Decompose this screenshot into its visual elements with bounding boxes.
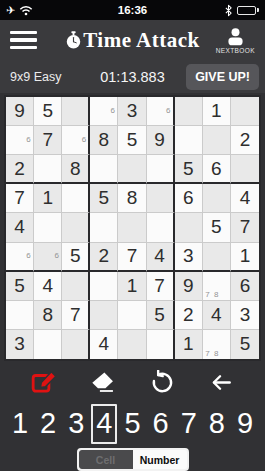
sudoku-cell-r3c6[interactable] [147,155,175,184]
cell-value: 2 [240,129,251,151]
sudoku-cell-r9c8[interactable]: 78 [203,330,231,359]
difficulty-label: 9x9 Easy [10,70,61,84]
sudoku-cell-r3c3[interactable]: 8 [62,155,90,184]
cell-value: 5 [99,187,110,209]
sudoku-cell-r6c5[interactable]: 7 [118,243,146,272]
sudoku-cell-r2c4[interactable]: 8 [90,126,118,155]
sudoku-cell-r1c3[interactable] [62,97,90,126]
sudoku-cell-r5c3[interactable] [62,213,90,242]
sudoku-cell-r3c8[interactable]: 6 [203,155,231,184]
pencil-mark: 7 [205,291,209,299]
sudoku-cell-r1c6[interactable]: 6 [147,97,175,126]
number-key-2[interactable]: 2 [35,404,61,444]
cell-value: 5 [154,304,165,326]
number-pad: 123456789 [0,400,265,447]
back-arrow-button[interactable] [208,369,235,396]
cell-value: 5 [183,158,194,180]
battery-icon [237,6,259,15]
cell-value: 5 [127,129,138,151]
sudoku-cell-r7c7[interactable]: 9 [175,272,203,301]
sudoku-cell-r4c7[interactable]: 6 [175,184,203,213]
undo-button[interactable] [149,369,176,396]
sudoku-cell-r4c1[interactable]: 7 [6,184,34,213]
pencil-mark: 8 [214,291,218,299]
sudoku-cell-r9c6[interactable] [147,330,175,359]
pencil-edit-button[interactable] [30,369,57,396]
sudoku-cell-r9c3[interactable] [62,330,90,359]
sudoku-cell-r2c3[interactable]: 6 [62,126,90,155]
sudoku-cell-r3c7[interactable]: 5 [175,155,203,184]
sudoku-cell-r5c5[interactable] [118,213,146,242]
cell-value: 5 [240,333,251,355]
sudoku-cell-r2c2[interactable]: 7 [34,126,62,155]
cell-value: 9 [14,100,25,122]
cell-value: 1 [183,333,194,355]
cell-value: 4 [154,245,165,267]
cell-value: 8 [99,129,110,151]
cell-value: 3 [14,333,25,355]
cell-value: 1 [240,245,251,267]
sudoku-cell-r8c2[interactable]: 8 [34,301,62,330]
sudoku-cell-r3c9[interactable] [231,155,259,184]
number-key-9[interactable]: 9 [232,404,258,444]
sudoku-cell-r8c1[interactable] [6,301,34,330]
number-key-4[interactable]: 4 [91,404,117,444]
cell-value: 7 [240,216,251,238]
sudoku-cell-r5c4[interactable] [90,213,118,242]
cell-value: 2 [14,158,25,180]
sudoku-cell-r6c4[interactable]: 2 [90,243,118,272]
pencil-mark: 6 [26,136,30,144]
status-bar: ✈ 16:36 [0,0,265,20]
sudoku-cell-r6c9[interactable]: 1 [231,243,259,272]
pencil-mark: 6 [26,252,30,260]
sudoku-cell-r2c6[interactable]: 9 [147,126,175,155]
cell-value: 1 [127,275,138,297]
cell-value: 3 [127,100,138,122]
cell-value: 7 [154,275,165,297]
sudoku-cell-r7c9[interactable]: 6 [231,272,259,301]
page-title: Time Attack [83,28,200,53]
sudoku-cell-r6c2[interactable]: 6 [34,243,62,272]
sudoku-cell-r8c8[interactable]: 4 [203,301,231,330]
sudoku-cell-r3c5[interactable] [118,155,146,184]
give-up-button[interactable]: GIVE UP! [186,64,259,90]
number-key-7[interactable]: 7 [176,404,202,444]
publisher-name: NEXTBOOK [216,47,255,54]
number-key-6[interactable]: 6 [148,404,174,444]
cell-value: 6 [183,187,194,209]
cell-value: 4 [42,275,53,297]
bluetooth-icon [224,4,233,17]
sudoku-cell-r1c2[interactable]: 5 [34,97,62,126]
eraser-button[interactable] [89,369,116,396]
mode-option-number[interactable]: Number [133,450,187,469]
cell-value: 3 [240,304,251,326]
sudoku-cell-r4c4[interactable]: 5 [90,184,118,213]
cell-value: 4 [211,304,222,326]
game-bar: 9x9 Easy 01:13.883 GIVE UP! [0,60,265,93]
sudoku-cell-r8c6[interactable]: 5 [147,301,175,330]
sudoku-cell-r2c9[interactable]: 2 [231,126,259,155]
sudoku-cell-r1c4[interactable]: 6 [90,97,118,126]
number-key-5[interactable]: 5 [120,404,146,444]
sudoku-cell-r3c2[interactable] [34,155,62,184]
cell-value: 2 [183,304,194,326]
sudoku-cell-r6c1[interactable]: 6 [6,243,34,272]
cell-value: 7 [14,187,25,209]
sudoku-cell-r1c5[interactable]: 3 [118,97,146,126]
cell-value: 3 [183,245,194,267]
input-mode-toggle: Cell Number [77,448,189,471]
cell-value: 8 [42,304,53,326]
sudoku-cell-r5c1[interactable]: 4 [6,213,34,242]
cell-value: 4 [14,216,25,238]
sudoku-cell-r1c8[interactable]: 1 [203,97,231,126]
sudoku-cell-r4c8[interactable] [203,184,231,213]
sudoku-cell-r6c8[interactable] [203,243,231,272]
cell-value: 4 [240,187,251,209]
cell-value: 5 [14,275,25,297]
stopwatch-icon [65,30,82,50]
number-key-1[interactable]: 1 [7,404,33,444]
sudoku-cell-r9c9[interactable]: 5 [231,330,259,359]
sudoku-cell-r5c7[interactable] [175,213,203,242]
sudoku-cell-r7c4[interactable] [90,272,118,301]
cell-value: 5 [70,245,81,267]
sudoku-cell-r9c4[interactable]: 4 [90,330,118,359]
cell-value: 8 [70,158,81,180]
sudoku-cell-r9c7[interactable]: 1 [175,330,203,359]
sudoku-cell-r5c8[interactable]: 5 [203,213,231,242]
sudoku-cell-r2c5[interactable]: 5 [118,126,146,155]
sudoku-cell-r1c1[interactable]: 9 [6,97,34,126]
mode-option-cell[interactable]: Cell [79,450,133,469]
sudoku-cell-r1c7[interactable] [175,97,203,126]
sudoku-cell-r4c9[interactable]: 4 [231,184,259,213]
sudoku-cell-r7c8[interactable]: 78 [203,272,231,301]
sudoku-cell-r9c5[interactable] [118,330,146,359]
cell-value: 9 [183,275,194,297]
cell-value: 8 [127,187,138,209]
sudoku-cell-r6c6[interactable]: 4 [147,243,175,272]
app-header: Time Attack NEXTBOOK [0,20,265,60]
sudoku-grid: 9563616768592285671586445766527431541797… [4,95,261,361]
sudoku-cell-r8c9[interactable]: 3 [231,301,259,330]
sudoku-cell-r9c2[interactable] [34,330,62,359]
pencil-mark: 8 [214,350,218,358]
toolbar [0,364,265,400]
pencil-mark: 6 [166,107,170,115]
sudoku-cell-r5c6[interactable] [147,213,175,242]
cell-value: 7 [70,304,81,326]
sudoku-cell-r6c3[interactable]: 5 [62,243,90,272]
sudoku-cell-r8c7[interactable]: 2 [175,301,203,330]
cell-value: 4 [99,333,110,355]
menu-button[interactable] [10,31,37,50]
sudoku-cell-r1c9[interactable] [231,97,259,126]
cell-value: 6 [211,158,222,180]
publisher-profile[interactable]: NEXTBOOK [216,27,255,54]
sudoku-cell-r4c2[interactable]: 1 [34,184,62,213]
number-key-3[interactable]: 3 [63,404,89,444]
sudoku-cell-r2c1[interactable]: 6 [6,126,34,155]
pencil-mark: 6 [54,252,58,260]
sudoku-cell-r8c5[interactable] [118,301,146,330]
user-icon [225,27,246,46]
sudoku-cell-r7c1[interactable]: 5 [6,272,34,301]
pencil-mark: 7 [205,350,209,358]
sudoku-cell-r4c5[interactable]: 8 [118,184,146,213]
cell-value: 7 [127,245,138,267]
sudoku-cell-r4c6[interactable] [147,184,175,213]
pencil-mark: 6 [111,107,115,115]
sudoku-cell-r2c7[interactable] [175,126,203,155]
cell-value: 6 [240,275,251,297]
airplane-mode-icon: ✈ [6,5,15,16]
sudoku-cell-r4c3[interactable] [62,184,90,213]
cell-value: 7 [42,129,53,151]
sudoku-cell-r3c4[interactable] [90,155,118,184]
sudoku-cell-r7c3[interactable] [62,272,90,301]
sudoku-cell-r8c4[interactable] [90,301,118,330]
sudoku-cell-r7c5[interactable]: 1 [118,272,146,301]
sudoku-cell-r2c8[interactable] [203,126,231,155]
sudoku-cell-r3c1[interactable]: 2 [6,155,34,184]
cell-value: 1 [42,187,53,209]
sudoku-cell-r5c9[interactable]: 7 [231,213,259,242]
sudoku-cell-r9c1[interactable]: 3 [6,330,34,359]
sudoku-cell-r6c7[interactable]: 3 [175,243,203,272]
sudoku-cell-r8c3[interactable]: 7 [62,301,90,330]
wifi-icon [19,5,33,16]
sudoku-cell-r7c6[interactable]: 7 [147,272,175,301]
sudoku-cell-r7c2[interactable]: 4 [34,272,62,301]
sudoku-cell-r5c2[interactable] [34,213,62,242]
cell-value: 2 [99,245,110,267]
cell-value: 5 [42,100,53,122]
number-key-8[interactable]: 8 [204,404,230,444]
cell-value: 1 [211,100,222,122]
pencil-mark: 6 [82,136,86,144]
cell-value: 5 [211,216,222,238]
cell-value: 9 [154,129,165,151]
